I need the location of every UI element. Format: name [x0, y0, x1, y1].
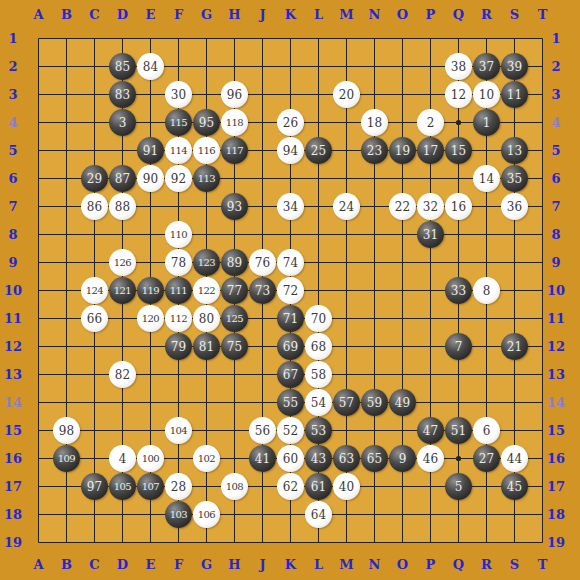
board-point-S10[interactable] — [501, 277, 529, 305]
board-point-M9[interactable] — [333, 249, 361, 277]
board-point-R5[interactable] — [473, 137, 501, 165]
board-point-G4[interactable]: 95 — [193, 109, 221, 137]
board-point-E4[interactable] — [137, 109, 165, 137]
board-point-F19[interactable] — [165, 529, 193, 557]
board-point-D1[interactable] — [109, 25, 137, 53]
board-point-T12[interactable] — [529, 333, 557, 361]
board-point-K5[interactable]: 94 — [277, 137, 305, 165]
board-point-A3[interactable] — [25, 81, 53, 109]
board-point-H1[interactable] — [221, 25, 249, 53]
board-point-Q15[interactable]: 51 — [445, 417, 473, 445]
board-point-D12[interactable] — [109, 333, 137, 361]
board-point-B11[interactable] — [53, 305, 81, 333]
board-point-Q17[interactable]: 5 — [445, 473, 473, 501]
board-point-R1[interactable] — [473, 25, 501, 53]
board-point-J2[interactable] — [249, 53, 277, 81]
board-point-B4[interactable] — [53, 109, 81, 137]
board-point-C8[interactable] — [81, 221, 109, 249]
board-point-C3[interactable] — [81, 81, 109, 109]
board-point-T8[interactable] — [529, 221, 557, 249]
board-point-M13[interactable] — [333, 361, 361, 389]
board-point-D4[interactable]: 3 — [109, 109, 137, 137]
board-point-T7[interactable] — [529, 193, 557, 221]
board-point-J15[interactable]: 56 — [249, 417, 277, 445]
board-point-R3[interactable]: 10 — [473, 81, 501, 109]
board-point-A19[interactable] — [25, 529, 53, 557]
board-point-E11[interactable]: 120 — [137, 305, 165, 333]
board-point-E19[interactable] — [137, 529, 165, 557]
board-point-M17[interactable]: 40 — [333, 473, 361, 501]
board-point-L10[interactable] — [305, 277, 333, 305]
board-point-F2[interactable] — [165, 53, 193, 81]
board-point-A16[interactable] — [25, 445, 53, 473]
board-point-B19[interactable] — [53, 529, 81, 557]
board-point-C18[interactable] — [81, 501, 109, 529]
board-point-G12[interactable]: 81 — [193, 333, 221, 361]
board-point-P12[interactable] — [417, 333, 445, 361]
board-point-K14[interactable]: 55 — [277, 389, 305, 417]
board-point-B6[interactable] — [53, 165, 81, 193]
board-point-B10[interactable] — [53, 277, 81, 305]
board-point-B8[interactable] — [53, 221, 81, 249]
board-point-G16[interactable]: 102 — [193, 445, 221, 473]
board-point-J1[interactable] — [249, 25, 277, 53]
board-point-C5[interactable] — [81, 137, 109, 165]
board-point-P6[interactable] — [417, 165, 445, 193]
board-point-A6[interactable] — [25, 165, 53, 193]
board-point-H14[interactable] — [221, 389, 249, 417]
board-point-N12[interactable] — [361, 333, 389, 361]
board-point-G19[interactable] — [193, 529, 221, 557]
board-point-G14[interactable] — [193, 389, 221, 417]
board-point-J4[interactable] — [249, 109, 277, 137]
board-point-L5[interactable]: 25 — [305, 137, 333, 165]
board-point-N17[interactable] — [361, 473, 389, 501]
board-point-D16[interactable]: 4 — [109, 445, 137, 473]
board-point-O10[interactable] — [389, 277, 417, 305]
board-point-S4[interactable] — [501, 109, 529, 137]
board-point-D7[interactable]: 88 — [109, 193, 137, 221]
board-point-K1[interactable] — [277, 25, 305, 53]
board-point-R8[interactable] — [473, 221, 501, 249]
board-point-P3[interactable] — [417, 81, 445, 109]
board-point-A2[interactable] — [25, 53, 53, 81]
board-point-K2[interactable] — [277, 53, 305, 81]
board-point-O3[interactable] — [389, 81, 417, 109]
board-point-N10[interactable] — [361, 277, 389, 305]
board-point-J19[interactable] — [249, 529, 277, 557]
board-point-P13[interactable] — [417, 361, 445, 389]
board-point-K6[interactable] — [277, 165, 305, 193]
board-point-H7[interactable]: 93 — [221, 193, 249, 221]
board-point-N11[interactable] — [361, 305, 389, 333]
board-point-K8[interactable] — [277, 221, 305, 249]
board-point-J9[interactable]: 76 — [249, 249, 277, 277]
board-point-B15[interactable]: 98 — [53, 417, 81, 445]
board-point-E5[interactable]: 91 — [137, 137, 165, 165]
board-point-H4[interactable]: 118 — [221, 109, 249, 137]
board-point-B13[interactable] — [53, 361, 81, 389]
board-point-J10[interactable]: 73 — [249, 277, 277, 305]
board-point-D15[interactable] — [109, 417, 137, 445]
board-point-B16[interactable]: 109 — [53, 445, 81, 473]
board-point-D8[interactable] — [109, 221, 137, 249]
board-point-O14[interactable]: 49 — [389, 389, 417, 417]
board-point-J8[interactable] — [249, 221, 277, 249]
board-point-F11[interactable]: 112 — [165, 305, 193, 333]
board-point-L19[interactable] — [305, 529, 333, 557]
board-point-S1[interactable] — [501, 25, 529, 53]
board-point-K7[interactable]: 34 — [277, 193, 305, 221]
board-point-O4[interactable] — [389, 109, 417, 137]
board-point-M19[interactable] — [333, 529, 361, 557]
board-point-E18[interactable] — [137, 501, 165, 529]
board-point-G2[interactable] — [193, 53, 221, 81]
board-point-O5[interactable]: 19 — [389, 137, 417, 165]
board-point-F13[interactable] — [165, 361, 193, 389]
board-point-C6[interactable]: 29 — [81, 165, 109, 193]
board-point-G18[interactable]: 106 — [193, 501, 221, 529]
board-point-D18[interactable] — [109, 501, 137, 529]
board-point-H3[interactable]: 96 — [221, 81, 249, 109]
board-point-Q1[interactable] — [445, 25, 473, 53]
board-point-A17[interactable] — [25, 473, 53, 501]
board-point-B17[interactable] — [53, 473, 81, 501]
board-point-M16[interactable]: 63 — [333, 445, 361, 473]
board-point-Q19[interactable] — [445, 529, 473, 557]
board-point-F16[interactable] — [165, 445, 193, 473]
board-point-Q16[interactable] — [445, 445, 473, 473]
board-point-O13[interactable] — [389, 361, 417, 389]
board-point-K11[interactable]: 71 — [277, 305, 305, 333]
board-point-E8[interactable] — [137, 221, 165, 249]
board-point-T5[interactable] — [529, 137, 557, 165]
board-point-B2[interactable] — [53, 53, 81, 81]
board-point-L9[interactable] — [305, 249, 333, 277]
board-point-D2[interactable]: 85 — [109, 53, 137, 81]
board-point-M6[interactable] — [333, 165, 361, 193]
board-point-R13[interactable] — [473, 361, 501, 389]
board-point-P17[interactable] — [417, 473, 445, 501]
board-point-M15[interactable] — [333, 417, 361, 445]
board-point-S8[interactable] — [501, 221, 529, 249]
board-point-L7[interactable] — [305, 193, 333, 221]
board-point-J7[interactable] — [249, 193, 277, 221]
board-point-P18[interactable] — [417, 501, 445, 529]
board-point-N6[interactable] — [361, 165, 389, 193]
board-point-J14[interactable] — [249, 389, 277, 417]
board-point-A8[interactable] — [25, 221, 53, 249]
board-point-T3[interactable] — [529, 81, 557, 109]
board-point-C10[interactable]: 124 — [81, 277, 109, 305]
board-point-D13[interactable]: 82 — [109, 361, 137, 389]
board-point-H8[interactable] — [221, 221, 249, 249]
board-point-J16[interactable]: 41 — [249, 445, 277, 473]
board-point-M5[interactable] — [333, 137, 361, 165]
board-point-R16[interactable]: 27 — [473, 445, 501, 473]
board-point-H5[interactable]: 117 — [221, 137, 249, 165]
board-point-L17[interactable]: 61 — [305, 473, 333, 501]
board-point-H17[interactable]: 108 — [221, 473, 249, 501]
board-point-H12[interactable]: 75 — [221, 333, 249, 361]
board-point-A11[interactable] — [25, 305, 53, 333]
board-point-H2[interactable] — [221, 53, 249, 81]
board-point-J11[interactable] — [249, 305, 277, 333]
board-point-O15[interactable] — [389, 417, 417, 445]
board-point-F3[interactable]: 30 — [165, 81, 193, 109]
board-point-N9[interactable] — [361, 249, 389, 277]
board-point-T13[interactable] — [529, 361, 557, 389]
board-point-H18[interactable] — [221, 501, 249, 529]
board-point-S13[interactable] — [501, 361, 529, 389]
board-point-L1[interactable] — [305, 25, 333, 53]
board-point-S5[interactable]: 13 — [501, 137, 529, 165]
board-point-D9[interactable]: 126 — [109, 249, 137, 277]
board-point-G9[interactable]: 123 — [193, 249, 221, 277]
board-point-R7[interactable] — [473, 193, 501, 221]
board-point-Q6[interactable] — [445, 165, 473, 193]
board-point-T11[interactable] — [529, 305, 557, 333]
board-point-Q14[interactable] — [445, 389, 473, 417]
board-point-N16[interactable]: 65 — [361, 445, 389, 473]
board-point-Q9[interactable] — [445, 249, 473, 277]
board-point-T10[interactable] — [529, 277, 557, 305]
board-point-F14[interactable] — [165, 389, 193, 417]
board-point-D19[interactable] — [109, 529, 137, 557]
board-point-B12[interactable] — [53, 333, 81, 361]
board-point-R19[interactable] — [473, 529, 501, 557]
board-point-H16[interactable] — [221, 445, 249, 473]
board-point-T14[interactable] — [529, 389, 557, 417]
board-point-K4[interactable]: 26 — [277, 109, 305, 137]
board-point-P16[interactable]: 46 — [417, 445, 445, 473]
board-point-P1[interactable] — [417, 25, 445, 53]
board-point-E16[interactable]: 100 — [137, 445, 165, 473]
board-point-F10[interactable]: 111 — [165, 277, 193, 305]
board-point-F6[interactable]: 92 — [165, 165, 193, 193]
board-point-C19[interactable] — [81, 529, 109, 557]
board-point-M8[interactable] — [333, 221, 361, 249]
board-point-Q7[interactable]: 16 — [445, 193, 473, 221]
board-point-E17[interactable]: 107 — [137, 473, 165, 501]
board-point-S18[interactable] — [501, 501, 529, 529]
board-point-L8[interactable] — [305, 221, 333, 249]
board-point-L12[interactable]: 68 — [305, 333, 333, 361]
board-point-S17[interactable]: 45 — [501, 473, 529, 501]
board-point-O19[interactable] — [389, 529, 417, 557]
board-point-E13[interactable] — [137, 361, 165, 389]
board-point-L6[interactable] — [305, 165, 333, 193]
board-point-T2[interactable] — [529, 53, 557, 81]
board-point-J13[interactable] — [249, 361, 277, 389]
board-point-K17[interactable]: 62 — [277, 473, 305, 501]
board-point-R10[interactable]: 8 — [473, 277, 501, 305]
board-point-B7[interactable] — [53, 193, 81, 221]
board-point-D11[interactable] — [109, 305, 137, 333]
board-point-R9[interactable] — [473, 249, 501, 277]
board-point-T9[interactable] — [529, 249, 557, 277]
board-point-O7[interactable]: 22 — [389, 193, 417, 221]
board-point-E12[interactable] — [137, 333, 165, 361]
board-point-B5[interactable] — [53, 137, 81, 165]
board-point-P9[interactable] — [417, 249, 445, 277]
board-point-E1[interactable] — [137, 25, 165, 53]
board-point-Q18[interactable] — [445, 501, 473, 529]
board-point-H19[interactable] — [221, 529, 249, 557]
board-point-J6[interactable] — [249, 165, 277, 193]
board-point-C1[interactable] — [81, 25, 109, 53]
board-point-F4[interactable]: 115 — [165, 109, 193, 137]
board-point-B3[interactable] — [53, 81, 81, 109]
board-point-K10[interactable]: 72 — [277, 277, 305, 305]
board-point-L2[interactable] — [305, 53, 333, 81]
board-point-L11[interactable]: 70 — [305, 305, 333, 333]
board-point-M11[interactable] — [333, 305, 361, 333]
board-point-P14[interactable] — [417, 389, 445, 417]
board-point-P5[interactable]: 17 — [417, 137, 445, 165]
board-point-H13[interactable] — [221, 361, 249, 389]
board-point-C4[interactable] — [81, 109, 109, 137]
board-point-A7[interactable] — [25, 193, 53, 221]
board-point-H11[interactable]: 125 — [221, 305, 249, 333]
board-point-C11[interactable]: 66 — [81, 305, 109, 333]
board-point-J17[interactable] — [249, 473, 277, 501]
board-point-J12[interactable] — [249, 333, 277, 361]
board-point-F8[interactable]: 110 — [165, 221, 193, 249]
board-point-A1[interactable] — [25, 25, 53, 53]
board-point-O12[interactable] — [389, 333, 417, 361]
board-point-M7[interactable]: 24 — [333, 193, 361, 221]
board-point-A12[interactable] — [25, 333, 53, 361]
board-point-N3[interactable] — [361, 81, 389, 109]
board-point-K9[interactable]: 74 — [277, 249, 305, 277]
board-point-S11[interactable] — [501, 305, 529, 333]
board-point-L3[interactable] — [305, 81, 333, 109]
board-point-K13[interactable]: 67 — [277, 361, 305, 389]
board-point-B1[interactable] — [53, 25, 81, 53]
board-point-F15[interactable]: 104 — [165, 417, 193, 445]
board-point-P2[interactable] — [417, 53, 445, 81]
board-point-P4[interactable]: 2 — [417, 109, 445, 137]
board-point-R12[interactable] — [473, 333, 501, 361]
board-point-N15[interactable] — [361, 417, 389, 445]
board-point-N4[interactable]: 18 — [361, 109, 389, 137]
board-point-T19[interactable] — [529, 529, 557, 557]
board-point-O17[interactable] — [389, 473, 417, 501]
board-point-C2[interactable] — [81, 53, 109, 81]
board-point-S9[interactable] — [501, 249, 529, 277]
board-point-F12[interactable]: 79 — [165, 333, 193, 361]
board-point-B9[interactable] — [53, 249, 81, 277]
board-point-G17[interactable] — [193, 473, 221, 501]
board-point-E3[interactable] — [137, 81, 165, 109]
board-point-F1[interactable] — [165, 25, 193, 53]
board-point-K18[interactable] — [277, 501, 305, 529]
board-point-M1[interactable] — [333, 25, 361, 53]
board-point-K15[interactable]: 52 — [277, 417, 305, 445]
board-point-Q8[interactable] — [445, 221, 473, 249]
board-point-L15[interactable]: 53 — [305, 417, 333, 445]
board-point-P15[interactable]: 47 — [417, 417, 445, 445]
board-point-B18[interactable] — [53, 501, 81, 529]
board-point-G5[interactable]: 116 — [193, 137, 221, 165]
board-point-O8[interactable] — [389, 221, 417, 249]
board-point-Q10[interactable]: 33 — [445, 277, 473, 305]
board-point-P8[interactable]: 31 — [417, 221, 445, 249]
board-point-D14[interactable] — [109, 389, 137, 417]
board-point-A9[interactable] — [25, 249, 53, 277]
board-point-T18[interactable] — [529, 501, 557, 529]
board-point-T17[interactable] — [529, 473, 557, 501]
board-point-F5[interactable]: 114 — [165, 137, 193, 165]
board-point-O16[interactable]: 9 — [389, 445, 417, 473]
board-point-M18[interactable] — [333, 501, 361, 529]
board-point-E9[interactable] — [137, 249, 165, 277]
board-point-J3[interactable] — [249, 81, 277, 109]
board-point-E10[interactable]: 119 — [137, 277, 165, 305]
board-point-F17[interactable]: 28 — [165, 473, 193, 501]
board-point-A15[interactable] — [25, 417, 53, 445]
board-point-L4[interactable] — [305, 109, 333, 137]
board-point-O18[interactable] — [389, 501, 417, 529]
board-point-S14[interactable] — [501, 389, 529, 417]
board-point-F18[interactable]: 103 — [165, 501, 193, 529]
board-point-C14[interactable] — [81, 389, 109, 417]
board-point-C9[interactable] — [81, 249, 109, 277]
board-point-L13[interactable]: 58 — [305, 361, 333, 389]
board-point-O9[interactable] — [389, 249, 417, 277]
board-point-G1[interactable] — [193, 25, 221, 53]
board-point-G6[interactable]: 113 — [193, 165, 221, 193]
board-point-S6[interactable]: 35 — [501, 165, 529, 193]
board-point-O6[interactable] — [389, 165, 417, 193]
board-point-A14[interactable] — [25, 389, 53, 417]
board-point-S15[interactable] — [501, 417, 529, 445]
board-point-D10[interactable]: 121 — [109, 277, 137, 305]
board-point-E15[interactable] — [137, 417, 165, 445]
board-point-H10[interactable]: 77 — [221, 277, 249, 305]
board-point-O2[interactable] — [389, 53, 417, 81]
board-point-T1[interactable] — [529, 25, 557, 53]
board-point-P7[interactable]: 32 — [417, 193, 445, 221]
board-point-C12[interactable] — [81, 333, 109, 361]
board-point-N8[interactable] — [361, 221, 389, 249]
board-point-S3[interactable]: 11 — [501, 81, 529, 109]
board-point-S7[interactable]: 36 — [501, 193, 529, 221]
board-point-D6[interactable]: 87 — [109, 165, 137, 193]
board-point-G11[interactable]: 80 — [193, 305, 221, 333]
board-point-A4[interactable] — [25, 109, 53, 137]
board-point-M12[interactable] — [333, 333, 361, 361]
board-point-A5[interactable] — [25, 137, 53, 165]
board-point-T6[interactable] — [529, 165, 557, 193]
board-point-E2[interactable]: 84 — [137, 53, 165, 81]
board-point-N14[interactable]: 59 — [361, 389, 389, 417]
board-point-J18[interactable] — [249, 501, 277, 529]
board-point-C16[interactable] — [81, 445, 109, 473]
board-point-N7[interactable] — [361, 193, 389, 221]
board-point-R18[interactable] — [473, 501, 501, 529]
board-point-N13[interactable] — [361, 361, 389, 389]
board-point-C15[interactable] — [81, 417, 109, 445]
board-point-Q13[interactable] — [445, 361, 473, 389]
board-point-S19[interactable] — [501, 529, 529, 557]
board-point-L18[interactable]: 64 — [305, 501, 333, 529]
board-point-T16[interactable] — [529, 445, 557, 473]
board-point-P10[interactable] — [417, 277, 445, 305]
board-point-K19[interactable] — [277, 529, 305, 557]
board-point-N2[interactable] — [361, 53, 389, 81]
